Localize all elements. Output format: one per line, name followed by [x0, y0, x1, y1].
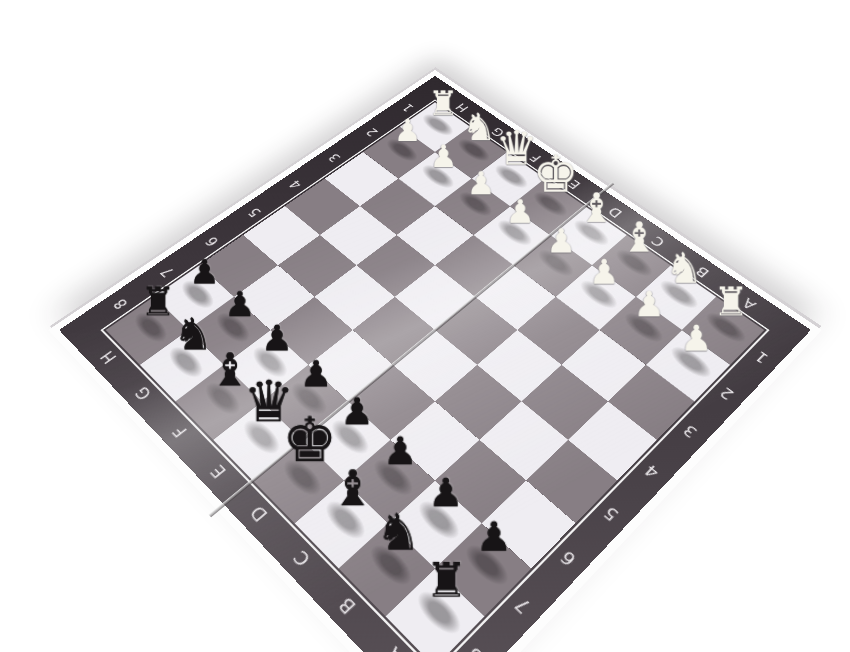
- product-photo-stage: ABCDEFGH8♜♞♝♚♛♝♞♜87♟♟♟♟♟♟♟♟7665544332♟♟♟…: [0, 0, 850, 652]
- piece-white-bishop-c1: ♝: [621, 217, 658, 258]
- piece-black-pawn-a7: ♟: [476, 517, 512, 558]
- board-grid: ABCDEFGH8♜♞♝♚♛♝♞♜87♟♟♟♟♟♟♟♟7665544332♟♟♟…: [59, 76, 811, 652]
- piece-white-king-e1: ♚: [533, 149, 579, 200]
- piece-black-bishop-c8: ♝: [331, 464, 375, 513]
- board-rim: ABCDEFGH8♜♞♝♚♛♝♞♜87♟♟♟♟♟♟♟♟7665544332♟♟♟…: [48, 70, 822, 652]
- rank-label-3-afile-edge: 3: [657, 401, 723, 462]
- piece-black-pawn-h7: ♟: [189, 255, 219, 289]
- piece-black-knight-g8: ♞: [173, 312, 213, 356]
- piece-black-rook-a8: ♜: [425, 557, 468, 605]
- piece-black-rook-h8: ♜: [140, 283, 175, 323]
- piece-black-knight-b8: ♞: [376, 507, 421, 558]
- piece-white-rook-h1: ♜: [428, 87, 458, 121]
- piece-white-pawn-g2: ♟: [430, 141, 458, 172]
- piece-white-knight-b1: ♞: [665, 247, 703, 289]
- piece-white-rook-a1: ♜: [713, 283, 748, 323]
- piece-white-pawn-e2: ♟: [506, 196, 535, 228]
- piece-black-pawn-c7: ♟: [383, 432, 417, 470]
- chessboard: ABCDEFGH8♜♞♝♚♛♝♞♜87♟♟♟♟♟♟♟♟7665544332♟♟♟…: [48, 70, 822, 652]
- piece-white-pawn-h2: ♟: [394, 116, 421, 146]
- piece-black-pawn-d7: ♟: [340, 393, 374, 430]
- piece-white-bishop-d1: ♝: [578, 188, 614, 228]
- piece-white-pawn-a2: ♟: [680, 321, 712, 357]
- piece-white-knight-g1: ♞: [462, 108, 496, 146]
- piece-black-pawn-e7: ♟: [300, 356, 333, 392]
- border-corner-9-0: [764, 311, 811, 349]
- piece-white-pawn-d2: ♟: [546, 225, 576, 258]
- piece-white-pawn-c2: ♟: [589, 255, 619, 289]
- piece-white-pawn-b2: ♟: [634, 287, 665, 322]
- piece-black-pawn-g7: ♟: [224, 287, 255, 322]
- piece-black-king-d8: ♚: [282, 409, 337, 471]
- board-border-band: ABCDEFGH8♜♞♝♚♛♝♞♜87♟♟♟♟♟♟♟♟7665544332♟♟♟…: [59, 76, 811, 652]
- piece-black-pawn-f7: ♟: [261, 321, 293, 357]
- piece-white-pawn-f2: ♟: [467, 168, 495, 200]
- piece-white-queen-f1: ♛: [495, 125, 537, 172]
- piece-black-pawn-b7: ♟: [428, 474, 463, 513]
